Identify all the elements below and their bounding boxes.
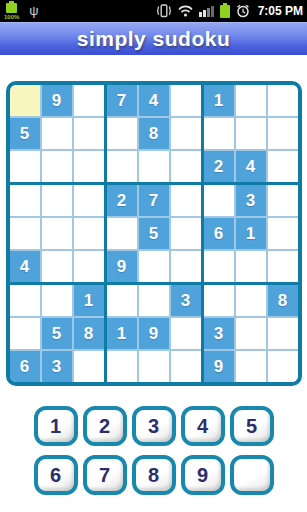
numpad-button-2[interactable]: 2: [83, 406, 127, 446]
cell-r8c3[interactable]: [107, 351, 137, 382]
cell-r0c7[interactable]: [236, 85, 266, 116]
cell-r1c1[interactable]: [42, 118, 72, 149]
cell-r7c1[interactable]: 5: [42, 318, 72, 349]
status-left: 100% ψ: [4, 3, 39, 20]
cell-r6c8[interactable]: 8: [268, 285, 298, 316]
cell-r2c5[interactable]: [171, 151, 201, 182]
cell-r8c6[interactable]: 9: [204, 351, 234, 382]
cell-r3c5[interactable]: [171, 185, 201, 216]
cell-r3c8[interactable]: [268, 185, 298, 216]
cell-r2c6[interactable]: 2: [204, 151, 234, 182]
cell-r5c2[interactable]: [74, 251, 104, 282]
cell-r0c5[interactable]: [171, 85, 201, 116]
cell-r4c0[interactable]: [10, 218, 40, 249]
cell-r2c0[interactable]: [10, 151, 40, 182]
numpad-button-6[interactable]: 6: [34, 455, 78, 495]
cell-r1c2[interactable]: [74, 118, 104, 149]
cell-r8c8[interactable]: [268, 351, 298, 382]
battery-100-icon: 100%: [4, 3, 19, 20]
cell-r3c4[interactable]: 7: [139, 185, 169, 216]
cell-r0c2[interactable]: [74, 85, 104, 116]
numpad-button-3[interactable]: 3: [132, 406, 176, 446]
cell-r4c6[interactable]: 6: [204, 218, 234, 249]
app-title: simply sudoku: [77, 27, 231, 51]
cell-r5c3[interactable]: 9: [107, 251, 137, 282]
cell-r4c7[interactable]: 1: [236, 218, 266, 249]
cell-r5c5[interactable]: [171, 251, 201, 282]
cell-r2c4[interactable]: [139, 151, 169, 182]
cell-r7c3[interactable]: 1: [107, 318, 137, 349]
box-8: 839: [204, 285, 298, 382]
board-area: 957481244275936115863319839: [0, 81, 307, 386]
cell-r6c7[interactable]: [236, 285, 266, 316]
cell-r6c3[interactable]: [107, 285, 137, 316]
cell-r7c7[interactable]: [236, 318, 266, 349]
cell-r4c4[interactable]: 5: [139, 218, 169, 249]
numpad-button-1[interactable]: 1: [34, 406, 78, 446]
box-1: 748: [107, 85, 201, 182]
cell-r3c0[interactable]: [10, 185, 40, 216]
box-6: 15863: [10, 285, 104, 382]
cell-r7c8[interactable]: [268, 318, 298, 349]
cell-r4c8[interactable]: [268, 218, 298, 249]
box-3: 4: [10, 185, 104, 282]
numpad-button-5[interactable]: 5: [230, 406, 274, 446]
cell-r0c6[interactable]: 1: [204, 85, 234, 116]
box-7: 319: [107, 285, 201, 382]
cell-r6c2[interactable]: 1: [74, 285, 104, 316]
cell-r2c8[interactable]: [268, 151, 298, 182]
cell-r6c5[interactable]: 3: [171, 285, 201, 316]
cell-r8c0[interactable]: 6: [10, 351, 40, 382]
cell-r1c0[interactable]: 5: [10, 118, 40, 149]
cell-r0c1[interactable]: 9: [42, 85, 72, 116]
cell-r1c8[interactable]: [268, 118, 298, 149]
clock-text: 7:05 PM: [258, 4, 303, 18]
cell-r1c5[interactable]: [171, 118, 201, 149]
numpad-button-9[interactable]: 9: [181, 455, 225, 495]
sudoku-board: 957481244275936115863319839: [6, 81, 302, 386]
cell-r2c2[interactable]: [74, 151, 104, 182]
cell-r7c4[interactable]: 9: [139, 318, 169, 349]
cell-r0c8[interactable]: [268, 85, 298, 116]
cell-r6c1[interactable]: [42, 285, 72, 316]
cell-r5c6[interactable]: [204, 251, 234, 282]
cell-r4c3[interactable]: [107, 218, 137, 249]
cell-r3c7[interactable]: 3: [236, 185, 266, 216]
cell-r5c8[interactable]: [268, 251, 298, 282]
signal-icon: [199, 5, 214, 17]
cell-r7c5[interactable]: [171, 318, 201, 349]
cell-r5c4[interactable]: [139, 251, 169, 282]
cell-r8c5[interactable]: [171, 351, 201, 382]
box-2: 124: [204, 85, 298, 182]
cell-r8c2[interactable]: [74, 351, 104, 382]
cell-r3c6[interactable]: [204, 185, 234, 216]
usb-icon: ψ: [29, 4, 38, 17]
wifi-icon: [178, 5, 193, 17]
battery-icon: [220, 5, 230, 18]
cell-r8c1[interactable]: 3: [42, 351, 72, 382]
cell-r4c1[interactable]: [42, 218, 72, 249]
cell-r6c6[interactable]: [204, 285, 234, 316]
cell-r5c7[interactable]: [236, 251, 266, 282]
numpad: 123456789: [0, 406, 307, 495]
numpad-row-2: 6789: [34, 455, 274, 495]
cell-r7c6[interactable]: 3: [204, 318, 234, 349]
box-4: 2759: [107, 185, 201, 282]
cell-r6c0[interactable]: [10, 285, 40, 316]
cell-r7c2[interactable]: 8: [74, 318, 104, 349]
cell-r3c3[interactable]: 2: [107, 185, 137, 216]
cell-r8c7[interactable]: [236, 351, 266, 382]
cell-r5c1[interactable]: [42, 251, 72, 282]
title-bar: simply sudoku: [0, 22, 307, 55]
cell-r4c2[interactable]: [74, 218, 104, 249]
cell-r3c2[interactable]: [74, 185, 104, 216]
cell-r6c4[interactable]: [139, 285, 169, 316]
numpad-button-8[interactable]: 8: [132, 455, 176, 495]
numpad-button-4[interactable]: 4: [181, 406, 225, 446]
status-right: 7:05 PM: [156, 4, 303, 18]
cell-r2c7[interactable]: 4: [236, 151, 266, 182]
cell-r1c3[interactable]: [107, 118, 137, 149]
numpad-button-erase[interactable]: [230, 455, 274, 495]
vibrate-icon: [156, 4, 172, 18]
cell-r0c4[interactable]: 4: [139, 85, 169, 116]
box-5: 361: [204, 185, 298, 282]
cell-r7c0[interactable]: [10, 318, 40, 349]
numpad-row-1: 12345: [34, 406, 274, 446]
numpad-button-7[interactable]: 7: [83, 455, 127, 495]
cell-r1c6[interactable]: [204, 118, 234, 149]
box-0: 95: [10, 85, 104, 182]
cell-r1c7[interactable]: [236, 118, 266, 149]
cell-r4c5[interactable]: [171, 218, 201, 249]
cell-r5c0[interactable]: 4: [10, 251, 40, 282]
status-bar: 100% ψ 7:05 PM: [0, 0, 307, 22]
app-screen: 100% ψ 7:05 PM: [0, 0, 307, 512]
cell-r0c3[interactable]: 7: [107, 85, 137, 116]
battery-percent-label: 100%: [4, 14, 19, 20]
cell-r3c1[interactable]: [42, 185, 72, 216]
cell-r8c4[interactable]: [139, 351, 169, 382]
cell-r2c1[interactable]: [42, 151, 72, 182]
cell-r1c4[interactable]: 8: [139, 118, 169, 149]
cell-r2c3[interactable]: [107, 151, 137, 182]
cell-r0c0[interactable]: [10, 85, 40, 116]
alarm-icon: [236, 4, 250, 18]
